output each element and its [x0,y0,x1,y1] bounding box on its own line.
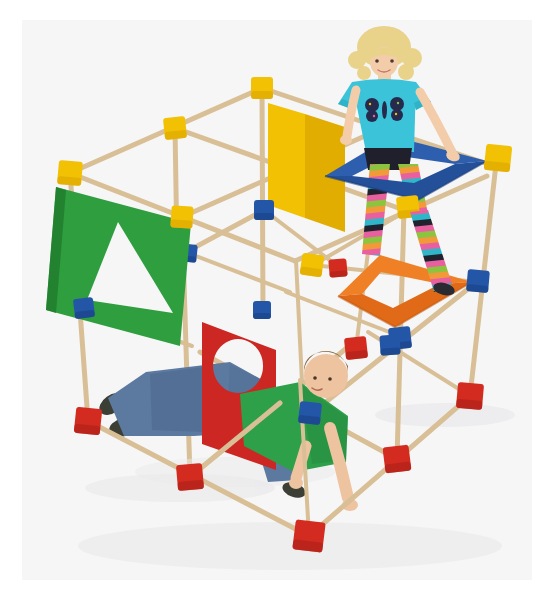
connector-cube-yellow [251,77,273,99]
connector-cube-blue [253,301,271,319]
connector-cube-blue [254,200,274,220]
connector-cube-red [74,407,103,436]
connector-cube-blue [298,401,322,425]
connector-cube-yellow [484,144,513,173]
girl-hand-left [340,135,352,145]
connector-cube-blue [379,334,400,355]
connector-cube-red [383,445,412,474]
connector-cube-red [344,336,368,360]
boy-face [304,354,348,398]
photo-canvas [0,0,548,589]
connector-cube-yellow [57,160,83,186]
connector-cube-yellow [163,116,187,140]
connector-cube-blue [73,297,95,319]
connector-cube-red [292,519,325,552]
connector-cube-red [456,382,484,410]
boy-hand [289,477,303,489]
connector-cube-blue [466,269,490,293]
connector-cube-red [328,258,348,278]
connector-cube-red [176,463,204,491]
connector-cube-yellow [170,205,193,228]
connector-cube-yellow [300,253,325,278]
